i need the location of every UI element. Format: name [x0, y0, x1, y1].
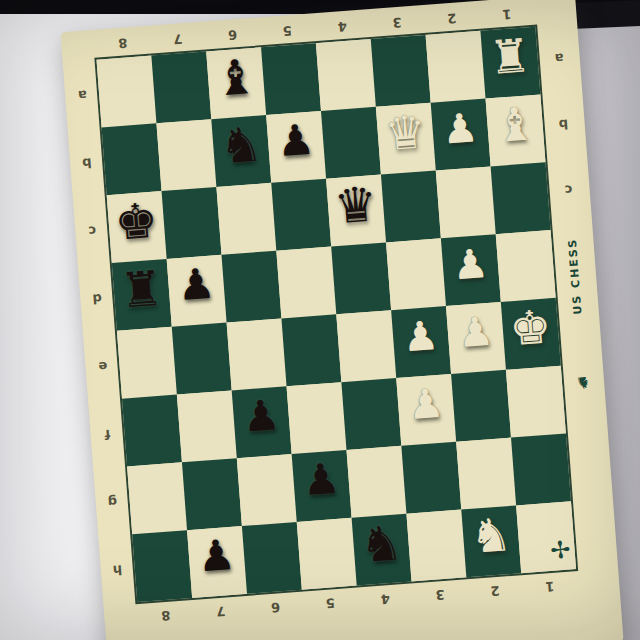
piece-black-knight-b6[interactable]: ♞ — [218, 120, 265, 171]
square-f7[interactable] — [177, 390, 237, 462]
square-c4[interactable]: ♛ — [326, 175, 386, 247]
square-g2[interactable] — [456, 438, 516, 510]
edge-label: 2 — [447, 10, 457, 26]
piece-black-king-c8[interactable]: ♚ — [113, 196, 160, 247]
edge-label: e — [98, 358, 108, 374]
edge-label: 6 — [270, 599, 280, 615]
square-f8[interactable] — [122, 395, 182, 467]
square-f2[interactable] — [451, 370, 511, 442]
edge-label: 7 — [216, 604, 226, 620]
edge-label: g — [107, 494, 117, 510]
square-d5[interactable] — [276, 247, 336, 319]
edge-label: f — [104, 426, 111, 441]
piece-black-queen-c4[interactable]: ♛ — [332, 179, 379, 230]
edge-label: 3 — [435, 587, 445, 603]
us-chess-knight-icon: ♞ — [572, 330, 594, 436]
piece-white-king-e1[interactable]: ♚ — [508, 303, 553, 352]
square-a6[interactable]: ♝ — [206, 47, 266, 119]
piece-black-pawn-h7[interactable]: ♟ — [196, 534, 237, 579]
square-c2[interactable] — [436, 166, 496, 238]
edge-label: 3 — [392, 14, 402, 30]
piece-white-rook-a1[interactable]: ♜ — [488, 32, 533, 81]
square-g7[interactable] — [182, 458, 242, 530]
square-a1[interactable]: ♜ — [480, 27, 540, 99]
edge-label: 7 — [173, 31, 183, 47]
square-d3[interactable] — [386, 238, 446, 310]
square-b1[interactable]: ♝ — [486, 94, 546, 166]
edge-label: 5 — [282, 22, 292, 38]
square-f5[interactable] — [287, 382, 347, 454]
square-f1[interactable] — [506, 366, 566, 438]
square-a2[interactable] — [426, 31, 486, 103]
playing-grid: ♝♜♞♟♛♟♝♚♛♜♟♟♟♟♚♟♟♟♟♞♞✢ — [97, 27, 577, 602]
piece-white-pawn-b2[interactable]: ♟ — [441, 107, 480, 150]
square-b8[interactable] — [102, 123, 162, 195]
square-h8[interactable] — [132, 530, 192, 602]
edge-label: 6 — [227, 27, 237, 43]
square-c1[interactable] — [491, 162, 551, 234]
edge-label: d — [92, 290, 102, 306]
piece-white-knight-h2[interactable]: ♞ — [469, 511, 514, 560]
square-g4[interactable] — [346, 446, 406, 518]
square-h6[interactable] — [242, 522, 302, 594]
square-b2[interactable]: ♟ — [431, 99, 491, 171]
compass-logo-icon: ✢ — [550, 537, 572, 562]
square-g6[interactable] — [237, 454, 297, 526]
square-h2[interactable]: ♞ — [461, 505, 521, 577]
square-d4[interactable] — [331, 242, 391, 314]
square-g3[interactable] — [401, 442, 461, 514]
square-e7[interactable] — [172, 323, 232, 395]
edge-label: 4 — [337, 18, 347, 34]
square-b7[interactable] — [156, 119, 216, 191]
square-e4[interactable] — [336, 310, 396, 382]
edge-label: 8 — [118, 35, 128, 51]
square-d7[interactable]: ♟ — [167, 255, 227, 327]
square-e2[interactable]: ♟ — [446, 302, 506, 374]
piece-white-queen-b3[interactable]: ♛ — [383, 108, 428, 157]
square-h4[interactable]: ♞ — [352, 514, 412, 586]
square-a4[interactable] — [316, 39, 376, 111]
square-e8[interactable] — [117, 327, 177, 399]
edge-label: 1 — [502, 6, 512, 22]
piece-white-pawn-e2[interactable]: ♟ — [456, 311, 495, 354]
square-f6[interactable]: ♟ — [232, 386, 292, 458]
square-b4[interactable] — [321, 107, 381, 179]
square-c7[interactable] — [162, 187, 222, 259]
square-g8[interactable] — [127, 462, 187, 534]
square-a8[interactable] — [97, 56, 157, 128]
piece-white-pawn-d2[interactable]: ♟ — [451, 243, 490, 286]
edge-label: 8 — [161, 608, 171, 624]
piece-white-bishop-b1[interactable]: ♝ — [493, 100, 538, 149]
edge-label: 5 — [325, 595, 335, 611]
piece-black-bishop-a6[interactable]: ♝ — [212, 52, 259, 103]
edge-label: h — [113, 562, 123, 578]
piece-black-pawn-g5[interactable]: ♟ — [301, 458, 342, 503]
square-a3[interactable] — [371, 35, 431, 107]
square-b5[interactable]: ♟ — [266, 111, 326, 183]
square-h5[interactable] — [297, 518, 357, 590]
square-d2[interactable]: ♟ — [441, 234, 501, 306]
square-c3[interactable] — [381, 170, 441, 242]
edge-label: c — [88, 223, 97, 239]
edge-label: b — [82, 155, 92, 171]
square-c6[interactable] — [216, 183, 276, 255]
square-e3[interactable]: ♟ — [391, 306, 451, 378]
square-f4[interactable] — [341, 378, 401, 450]
piece-black-knight-h4[interactable]: ♞ — [358, 518, 405, 569]
square-c5[interactable] — [271, 179, 331, 251]
edge-label: a — [554, 50, 564, 66]
square-g1[interactable] — [511, 433, 571, 505]
square-g5[interactable]: ♟ — [292, 450, 352, 522]
piece-black-pawn-f6[interactable]: ♟ — [241, 394, 282, 439]
square-h7[interactable]: ♟ — [187, 526, 247, 598]
square-a5[interactable] — [261, 43, 321, 115]
square-e6[interactable] — [227, 318, 287, 390]
piece-black-pawn-b5[interactable]: ♟ — [275, 119, 316, 164]
square-b6[interactable]: ♞ — [211, 115, 271, 187]
edge-label: 2 — [490, 583, 500, 599]
square-a7[interactable] — [151, 51, 211, 123]
edge-label: c — [564, 183, 573, 199]
square-f3[interactable]: ♟ — [396, 374, 456, 446]
square-h1[interactable]: ✢ — [516, 501, 576, 573]
edge-label: 4 — [380, 591, 390, 607]
photo-background: 87654321 abcdefgh abc♞US CHESS 87654321 … — [0, 0, 640, 640]
piece-black-pawn-d7[interactable]: ♟ — [176, 262, 217, 307]
square-e5[interactable] — [281, 314, 341, 386]
square-e1[interactable]: ♚ — [501, 298, 561, 370]
square-d8[interactable]: ♜ — [112, 259, 172, 331]
square-h3[interactable] — [406, 510, 466, 582]
edge-label: b — [558, 116, 568, 132]
piece-black-rook-d8[interactable]: ♜ — [118, 263, 165, 314]
us-chess-logo-text: US CHESS — [565, 223, 586, 329]
edge-label: a — [77, 87, 87, 103]
square-d1[interactable] — [496, 230, 556, 302]
vinyl-chess-board: 87654321 abcdefgh abc♞US CHESS 87654321 … — [60, 0, 623, 640]
square-c8[interactable]: ♚ — [107, 191, 167, 263]
piece-white-pawn-f3[interactable]: ♟ — [406, 383, 445, 426]
square-d6[interactable] — [221, 251, 281, 323]
square-b3[interactable]: ♛ — [376, 103, 436, 175]
piece-white-pawn-e3[interactable]: ♟ — [401, 315, 440, 358]
edge-label: 1 — [545, 579, 555, 595]
